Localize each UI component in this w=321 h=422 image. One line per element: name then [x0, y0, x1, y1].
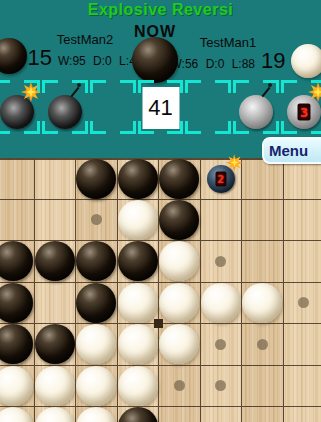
board-cell-r2c2[interactable] [35, 200, 77, 242]
board-cell-r6c3[interactable] [76, 366, 118, 408]
bomb-slot-5 [185, 80, 231, 134]
left-player-stats: 15 W:95 D:0 L:49 [26, 49, 144, 68]
board-cell-r5c7[interactable] [242, 324, 284, 366]
black-disc [118, 241, 158, 281]
white-disc [0, 366, 33, 406]
white-disc [159, 324, 199, 364]
board-cell-r1c2[interactable] [35, 158, 77, 200]
slot-bracket [0, 80, 10, 93]
black-disc [159, 159, 199, 199]
black-disc [0, 241, 33, 281]
white-disc [242, 283, 282, 323]
right-player-stone-white [291, 44, 321, 78]
bomb-slot-1[interactable] [0, 80, 40, 134]
board-cell-r4c7[interactable] [242, 283, 284, 325]
board-cell-r6c5[interactable] [159, 366, 201, 408]
hint-dot [215, 380, 226, 391]
board-cell-r2c8[interactable] [284, 200, 321, 242]
board-cell-r1c5[interactable] [159, 158, 201, 200]
black-bomb-lit-icon [0, 95, 34, 129]
slot-bracket [185, 121, 201, 134]
board-cell-r1c4[interactable] [118, 158, 160, 200]
right-player-info: TestMan1 W:56 D:0 L:88 19 [170, 35, 286, 71]
hint-dot [174, 380, 185, 391]
board-cell-r7c6[interactable] [201, 407, 243, 422]
app-title: Explosive Reversi [0, 1, 321, 19]
slot-bracket [120, 80, 136, 93]
left-player-score: 15 [28, 49, 52, 67]
white-disc [35, 407, 75, 422]
board-cell-r6c7[interactable] [242, 366, 284, 408]
board-cell-r6c1[interactable] [0, 366, 35, 408]
slot-bracket [215, 121, 231, 134]
board-cell-r3c6[interactable] [201, 241, 243, 283]
bomb-tray: 413 [0, 80, 321, 134]
hint-dot [215, 339, 226, 350]
board-cell-r5c5[interactable] [159, 324, 201, 366]
board-cell-r7c5[interactable] [159, 407, 201, 422]
board-cell-r6c8[interactable] [284, 366, 321, 408]
black-disc [76, 241, 116, 281]
hint-dot [298, 297, 309, 308]
board-cell-r3c1[interactable] [0, 241, 35, 283]
board-cell-r1c7[interactable] [242, 158, 284, 200]
board-cell-r3c4[interactable] [118, 241, 160, 283]
board-cell-r2c1[interactable] [0, 200, 35, 242]
white-disc [76, 324, 116, 364]
board-cell-r5c8[interactable] [284, 324, 321, 366]
explosion-spark-icon [226, 154, 243, 171]
black-disc [0, 324, 33, 364]
hint-dot [91, 214, 102, 225]
black-disc [0, 283, 33, 323]
board-cell-r2c4[interactable] [118, 200, 160, 242]
slot-bracket [233, 80, 249, 93]
black-disc [35, 324, 75, 364]
black-disc [35, 241, 75, 281]
board-cell-r5c6[interactable] [201, 324, 243, 366]
game-board: 2 [0, 158, 321, 422]
board-cell-r6c6[interactable] [201, 366, 243, 408]
white-disc [118, 324, 158, 364]
hint-dot [215, 256, 226, 267]
white-disc [118, 283, 158, 323]
slot-bracket [215, 80, 231, 93]
board-bomb-icon: 2 [207, 165, 235, 193]
board-cell-r2c6[interactable] [201, 200, 243, 242]
board-cell-r4c3[interactable] [76, 283, 118, 325]
star-point-marker [154, 319, 163, 328]
board-cell-r2c3[interactable] [76, 200, 118, 242]
board-cell-r3c8[interactable] [284, 241, 321, 283]
board-cell-r7c8[interactable] [284, 407, 321, 422]
board-cell-r7c4[interactable] [118, 407, 160, 422]
board-cell-r6c4[interactable] [118, 366, 160, 408]
board-cell-r5c3[interactable] [76, 324, 118, 366]
move-counter: 41 [142, 87, 179, 129]
white-disc [159, 241, 199, 281]
menu-button[interactable]: Menu [262, 137, 321, 164]
black-disc [159, 200, 199, 240]
explosion-spark-icon [21, 82, 41, 102]
slot-bracket [90, 80, 106, 93]
board-cell-r4c2[interactable] [35, 283, 77, 325]
board-cell-r5c4[interactable] [118, 324, 160, 366]
slot-bracket [120, 121, 136, 134]
bomb-countdown-digit: 2 [215, 172, 226, 187]
board-cell-r1c8[interactable] [284, 158, 321, 200]
board-cell-r7c3[interactable] [76, 407, 118, 422]
board-cell-r2c5[interactable] [159, 200, 201, 242]
right-player-record: W:56 D:0 L:88 [171, 57, 256, 71]
board-cell-r6c2[interactable] [35, 366, 77, 408]
board-cell-r1c3[interactable] [76, 158, 118, 200]
bomb-slot-2[interactable] [42, 80, 88, 134]
board-cell-r4c1[interactable] [0, 283, 35, 325]
board-cell-r1c1[interactable] [0, 158, 35, 200]
silver-bomb-icon [239, 95, 273, 129]
black-disc [76, 283, 116, 323]
board-cell-r3c3[interactable] [76, 241, 118, 283]
left-player-record: W:95 D:0 L:49 [58, 54, 143, 68]
board-cell-r1c6[interactable]: 2 [201, 158, 243, 200]
white-disc [76, 366, 116, 406]
left-player-stone-black [0, 38, 27, 74]
board-cell-r5c2[interactable] [35, 324, 77, 366]
board-cell-r3c5[interactable] [159, 241, 201, 283]
slot-bracket [185, 80, 201, 93]
slot-bracket [42, 80, 58, 93]
black-bomb-icon [48, 95, 82, 129]
board-cell-r4c8[interactable] [284, 283, 321, 325]
bomb-slot-3 [90, 80, 136, 134]
bomb-fuse-tip-icon [77, 83, 81, 87]
white-disc [76, 407, 116, 422]
bomb-slot-6[interactable] [233, 80, 279, 134]
right-player-stats: W:56 D:0 L:88 19 [170, 52, 286, 71]
silver-bomb-lit-icon: 3 [287, 95, 321, 129]
board-cell-r3c2[interactable] [35, 241, 77, 283]
bomb-countdown-digit: 3 [298, 104, 311, 121]
right-player-score: 19 [261, 52, 285, 70]
white-disc [118, 366, 158, 406]
bomb-slot-7[interactable]: 3 [281, 80, 321, 134]
hint-dot [257, 339, 268, 350]
board-cell-r5c1[interactable] [0, 324, 35, 366]
black-disc [118, 159, 158, 199]
white-disc [35, 366, 75, 406]
black-disc [118, 407, 158, 422]
board-cell-r7c1[interactable] [0, 407, 35, 422]
board-cell-r3c7[interactable] [242, 241, 284, 283]
board-cell-r4c5[interactable] [159, 283, 201, 325]
white-disc [201, 283, 241, 323]
slot-bracket [90, 121, 106, 134]
slot-bracket [281, 80, 297, 93]
board-cell-r4c6[interactable] [201, 283, 243, 325]
board-cell-r7c7[interactable] [242, 407, 284, 422]
bomb-fuse-tip-icon [268, 83, 272, 87]
explosive-reversi-app: Explosive Reversi TestMan2 15 W:95 D:0 L… [0, 0, 321, 422]
white-disc [0, 407, 33, 422]
board-cell-r7c2[interactable] [35, 407, 77, 422]
white-disc [159, 283, 199, 323]
bomb-slot-4: 41 [138, 80, 184, 134]
explosion-spark-icon [308, 82, 321, 102]
black-disc [76, 159, 116, 199]
white-disc [118, 200, 158, 240]
board-cell-r2c7[interactable] [242, 200, 284, 242]
board-cell-r4c4[interactable] [118, 283, 160, 325]
